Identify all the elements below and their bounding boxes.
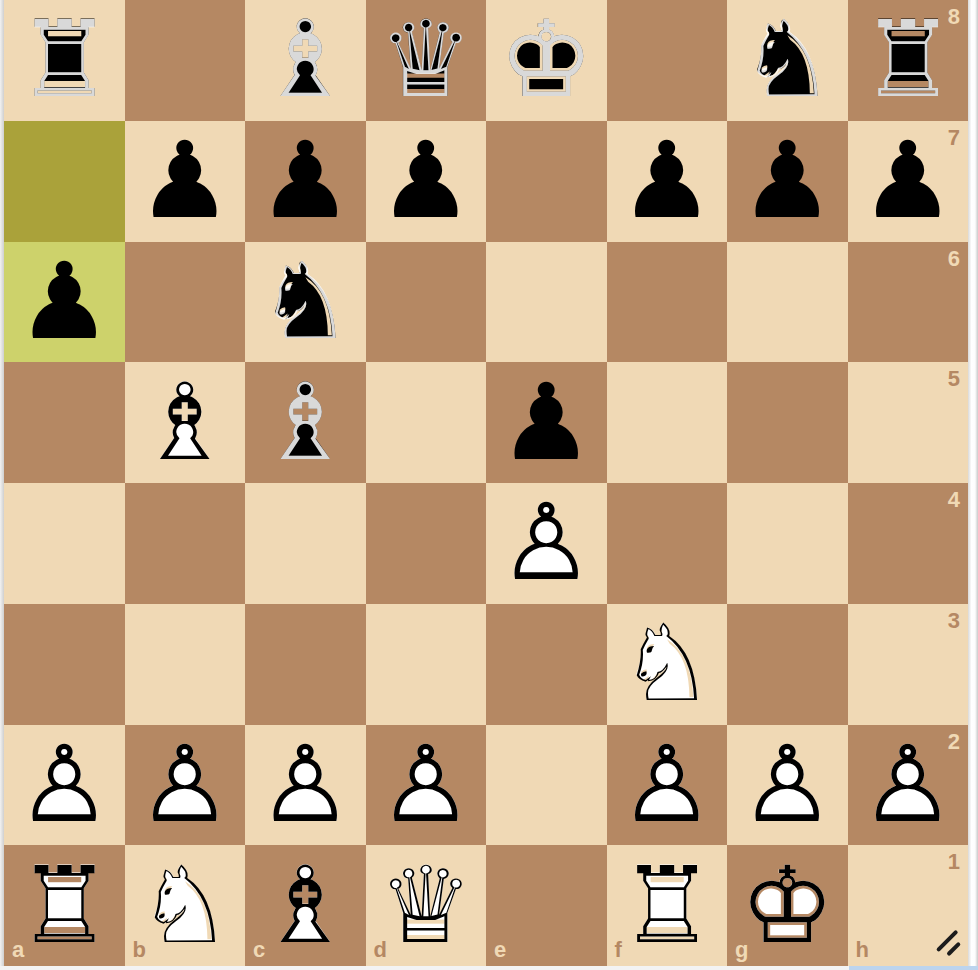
square-a6[interactable]: ♟	[4, 242, 125, 363]
square-c5[interactable]: ♝♗	[245, 362, 366, 483]
piece-black-pawn[interactable]: ♟	[486, 362, 607, 483]
resize-line	[946, 942, 960, 956]
square-g6[interactable]	[727, 242, 848, 363]
square-b1[interactable]: ♞♘b	[125, 845, 246, 966]
piece-white-pawn[interactable]: ♟	[607, 725, 728, 846]
rank-label-4: 4	[948, 487, 960, 513]
square-a7[interactable]	[4, 121, 125, 242]
piece-outline: ♗	[245, 362, 366, 483]
square-f4[interactable]	[607, 483, 728, 604]
rank-label-2: 2	[948, 729, 960, 755]
square-g5[interactable]	[727, 362, 848, 483]
bottom-blue-highlight	[849, 966, 978, 970]
piece-outline: ♙	[727, 725, 848, 846]
square-f1[interactable]: ♜♖f	[607, 845, 728, 966]
square-a5[interactable]	[4, 362, 125, 483]
piece-outline: ♗	[245, 0, 366, 121]
page: ♜♖♝♗♛♕♚♔♞♘♜♖8♟♟♟♟♟♟7♟♞♘6♝♗♝♗♟5♟♙4♞♘3♟♙♟♙…	[0, 0, 978, 970]
rank-label-5: 5	[948, 366, 960, 392]
piece-black-king[interactable]: ♚	[486, 0, 607, 121]
piece-black-pawn[interactable]: ♟	[245, 121, 366, 242]
piece-outline: ♗	[125, 362, 246, 483]
square-d1[interactable]: ♛♕d	[366, 845, 487, 966]
file-label-d: d	[374, 937, 387, 963]
square-a2[interactable]: ♟♙	[4, 725, 125, 846]
rank-label-6: 6	[948, 246, 960, 272]
piece-outline: ♘	[727, 0, 848, 121]
square-d7[interactable]: ♟	[366, 121, 487, 242]
piece-outline: ♘	[245, 242, 366, 363]
square-e7[interactable]	[486, 121, 607, 242]
square-e3[interactable]	[486, 604, 607, 725]
square-b6[interactable]	[125, 242, 246, 363]
square-g7[interactable]: ♟	[727, 121, 848, 242]
piece-outline: ♙	[366, 725, 487, 846]
piece-black-bishop[interactable]: ♝	[245, 362, 366, 483]
square-d8[interactable]: ♛♕	[366, 0, 487, 121]
square-d6[interactable]	[366, 242, 487, 363]
square-b5[interactable]: ♝♗	[125, 362, 246, 483]
square-e1[interactable]: e	[486, 845, 607, 966]
square-a4[interactable]	[4, 483, 125, 604]
square-e5[interactable]: ♟	[486, 362, 607, 483]
square-c4[interactable]	[245, 483, 366, 604]
piece-black-pawn[interactable]: ♟	[727, 121, 848, 242]
piece-black-queen[interactable]: ♛	[366, 0, 487, 121]
piece-outline: ♙	[486, 483, 607, 604]
rank-label-7: 7	[948, 125, 960, 151]
piece-white-pawn[interactable]: ♟	[4, 725, 125, 846]
square-f3[interactable]: ♞♘	[607, 604, 728, 725]
square-f2[interactable]: ♟♙	[607, 725, 728, 846]
square-h7[interactable]: ♟7	[848, 121, 969, 242]
square-e4[interactable]: ♟♙	[486, 483, 607, 604]
piece-outline: ♙	[245, 725, 366, 846]
file-label-a: a	[12, 937, 24, 963]
file-label-g: g	[735, 937, 748, 963]
square-b4[interactable]	[125, 483, 246, 604]
square-a3[interactable]	[4, 604, 125, 725]
piece-black-pawn[interactable]: ♟	[4, 242, 125, 363]
square-f6[interactable]	[607, 242, 728, 363]
piece-white-bishop[interactable]: ♝	[125, 362, 246, 483]
square-d3[interactable]	[366, 604, 487, 725]
piece-outline: ♙	[607, 725, 728, 846]
piece-black-knight[interactable]: ♞	[727, 0, 848, 121]
piece-outline: ♖	[4, 0, 125, 121]
rank-label-3: 3	[948, 608, 960, 634]
file-label-b: b	[133, 937, 146, 963]
square-h4[interactable]: 4	[848, 483, 969, 604]
piece-white-pawn[interactable]: ♟	[727, 725, 848, 846]
file-label-f: f	[615, 937, 622, 963]
piece-black-pawn[interactable]: ♟	[125, 121, 246, 242]
square-b3[interactable]	[125, 604, 246, 725]
piece-black-knight[interactable]: ♞	[245, 242, 366, 363]
piece-black-pawn[interactable]: ♟	[607, 121, 728, 242]
square-h5[interactable]: 5	[848, 362, 969, 483]
square-c7[interactable]: ♟	[245, 121, 366, 242]
piece-outline: ♕	[366, 0, 487, 121]
square-c2[interactable]: ♟♙	[245, 725, 366, 846]
square-g3[interactable]	[727, 604, 848, 725]
square-d5[interactable]	[366, 362, 487, 483]
square-g1[interactable]: ♚♔g	[727, 845, 848, 966]
square-g8[interactable]: ♞♘	[727, 0, 848, 121]
square-b7[interactable]: ♟	[125, 121, 246, 242]
board-resize-handle-icon[interactable]	[934, 926, 966, 958]
file-label-h: h	[856, 937, 869, 963]
square-f5[interactable]	[607, 362, 728, 483]
piece-white-pawn[interactable]: ♟	[245, 725, 366, 846]
square-c3[interactable]	[245, 604, 366, 725]
chess-board: ♜♖♝♗♛♕♚♔♞♘♜♖8♟♟♟♟♟♟7♟♞♘6♝♗♝♗♟5♟♙4♞♘3♟♙♟♙…	[4, 0, 968, 966]
file-label-e: e	[494, 937, 506, 963]
square-d4[interactable]	[366, 483, 487, 604]
square-e8[interactable]: ♚♔	[486, 0, 607, 121]
page-scrollbar[interactable]	[968, 0, 978, 966]
square-h2[interactable]: ♟♙2	[848, 725, 969, 846]
piece-black-bishop[interactable]: ♝	[245, 0, 366, 121]
piece-white-knight[interactable]: ♞	[607, 604, 728, 725]
piece-white-pawn[interactable]: ♟	[366, 725, 487, 846]
piece-outline: ♖	[607, 845, 728, 966]
square-b8[interactable]	[125, 0, 246, 121]
square-h3[interactable]: 3	[848, 604, 969, 725]
rank-label-8: 8	[948, 4, 960, 30]
bottom-edge-gutter	[0, 966, 978, 970]
square-a8[interactable]: ♜♖	[4, 0, 125, 121]
piece-outline: ♙	[125, 725, 246, 846]
piece-white-rook[interactable]: ♜	[607, 845, 728, 966]
square-c1[interactable]: ♝♗c	[245, 845, 366, 966]
square-f8[interactable]	[607, 0, 728, 121]
square-e2[interactable]	[486, 725, 607, 846]
square-b2[interactable]: ♟♙	[125, 725, 246, 846]
left-edge-gutter	[0, 0, 4, 966]
square-h1[interactable]: 1h	[848, 845, 969, 966]
square-h6[interactable]: 6	[848, 242, 969, 363]
piece-white-pawn[interactable]: ♟	[486, 483, 607, 604]
square-f7[interactable]: ♟	[607, 121, 728, 242]
square-d2[interactable]: ♟♙	[366, 725, 487, 846]
file-label-c: c	[253, 937, 265, 963]
piece-outline: ♔	[486, 0, 607, 121]
square-h8[interactable]: ♜♖8	[848, 0, 969, 121]
piece-black-rook[interactable]: ♜	[4, 0, 125, 121]
square-e6[interactable]	[486, 242, 607, 363]
square-c8[interactable]: ♝♗	[245, 0, 366, 121]
square-g2[interactable]: ♟♙	[727, 725, 848, 846]
piece-outline: ♘	[607, 604, 728, 725]
square-g4[interactable]	[727, 483, 848, 604]
piece-white-pawn[interactable]: ♟	[125, 725, 246, 846]
square-c6[interactable]: ♞♘	[245, 242, 366, 363]
piece-black-pawn[interactable]: ♟	[366, 121, 487, 242]
piece-outline: ♙	[4, 725, 125, 846]
rank-label-1: 1	[948, 849, 960, 875]
square-a1[interactable]: ♜♖a	[4, 845, 125, 966]
